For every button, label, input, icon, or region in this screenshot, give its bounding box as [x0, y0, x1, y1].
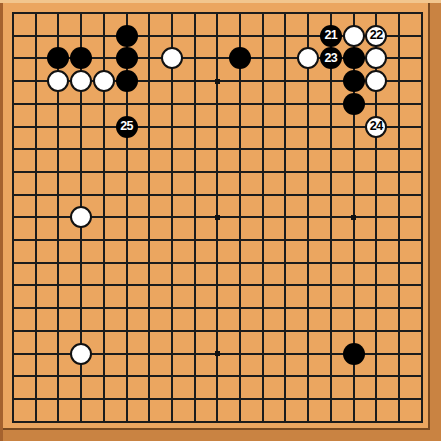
white-stone[interactable]	[47, 70, 69, 92]
grid-line-horizontal	[12, 284, 423, 286]
black-stone[interactable]	[47, 47, 69, 69]
board-frame-left-shadow	[0, 3, 3, 441]
star-point	[351, 215, 356, 220]
white-stone-move-24[interactable]: 24	[365, 116, 387, 138]
black-stone[interactable]	[116, 25, 138, 47]
white-stone[interactable]	[70, 70, 92, 92]
black-stone-move-21[interactable]: 21	[320, 25, 342, 47]
grid-line-horizontal	[12, 398, 423, 400]
grid-line-vertical	[421, 12, 423, 423]
white-stone[interactable]	[70, 206, 92, 228]
grid-line-horizontal	[12, 330, 423, 332]
grid-line-vertical	[262, 12, 264, 423]
black-stone[interactable]	[70, 47, 92, 69]
grid-line-horizontal	[12, 307, 423, 309]
black-stone[interactable]	[229, 47, 251, 69]
white-stone[interactable]	[93, 70, 115, 92]
grid-line-vertical	[284, 12, 286, 423]
star-point	[215, 215, 220, 220]
grid-line-vertical	[398, 12, 400, 423]
board-field[interactable]: 2122232524	[3, 3, 430, 430]
grid-line-vertical	[239, 12, 241, 423]
board-frame-top-highlight	[0, 0, 441, 3]
white-stone[interactable]	[365, 47, 387, 69]
black-stone[interactable]	[116, 47, 138, 69]
grid-line-vertical	[330, 12, 332, 423]
white-stone[interactable]	[161, 47, 183, 69]
star-point	[215, 351, 220, 356]
white-stone[interactable]	[365, 70, 387, 92]
black-stone[interactable]	[343, 343, 365, 365]
white-stone[interactable]	[70, 343, 92, 365]
black-stone[interactable]	[343, 47, 365, 69]
grid-line-horizontal	[12, 239, 423, 241]
go-board[interactable]: 2122232524	[0, 0, 441, 441]
grid-line-horizontal	[12, 421, 423, 423]
grid-line-horizontal	[12, 375, 423, 377]
white-stone[interactable]	[297, 47, 319, 69]
black-stone[interactable]	[343, 70, 365, 92]
white-stone-move-22[interactable]: 22	[365, 25, 387, 47]
grid-line-vertical	[307, 12, 309, 423]
star-point	[215, 79, 220, 84]
black-stone-move-25[interactable]: 25	[116, 116, 138, 138]
black-stone[interactable]	[343, 93, 365, 115]
grid-line-horizontal	[12, 262, 423, 264]
white-stone[interactable]	[343, 25, 365, 47]
black-stone[interactable]	[116, 70, 138, 92]
black-stone-move-23[interactable]: 23	[320, 47, 342, 69]
